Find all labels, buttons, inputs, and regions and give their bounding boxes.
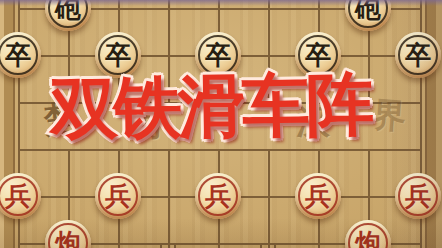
river-text-jie: 界 (371, 97, 407, 133)
xiangqi-board[interactable]: 楚 河 汉 界 車馬象士將士象馬車砲砲卒卒卒卒卒兵兵兵兵兵炮炮車馬相仕帥仕相馬車… (0, 0, 442, 248)
piece-red-soldier[interactable]: 兵 (395, 173, 441, 219)
piece-red-soldier[interactable]: 兵 (295, 173, 341, 219)
piece-red-soldier[interactable]: 兵 (195, 173, 241, 219)
video-title-overlay: 双铁滑车阵 (49, 69, 370, 145)
piece-red-soldier[interactable]: 兵 (95, 173, 141, 219)
top-edge-band (0, 0, 442, 6)
piece-black-soldier[interactable]: 卒 (395, 32, 441, 78)
